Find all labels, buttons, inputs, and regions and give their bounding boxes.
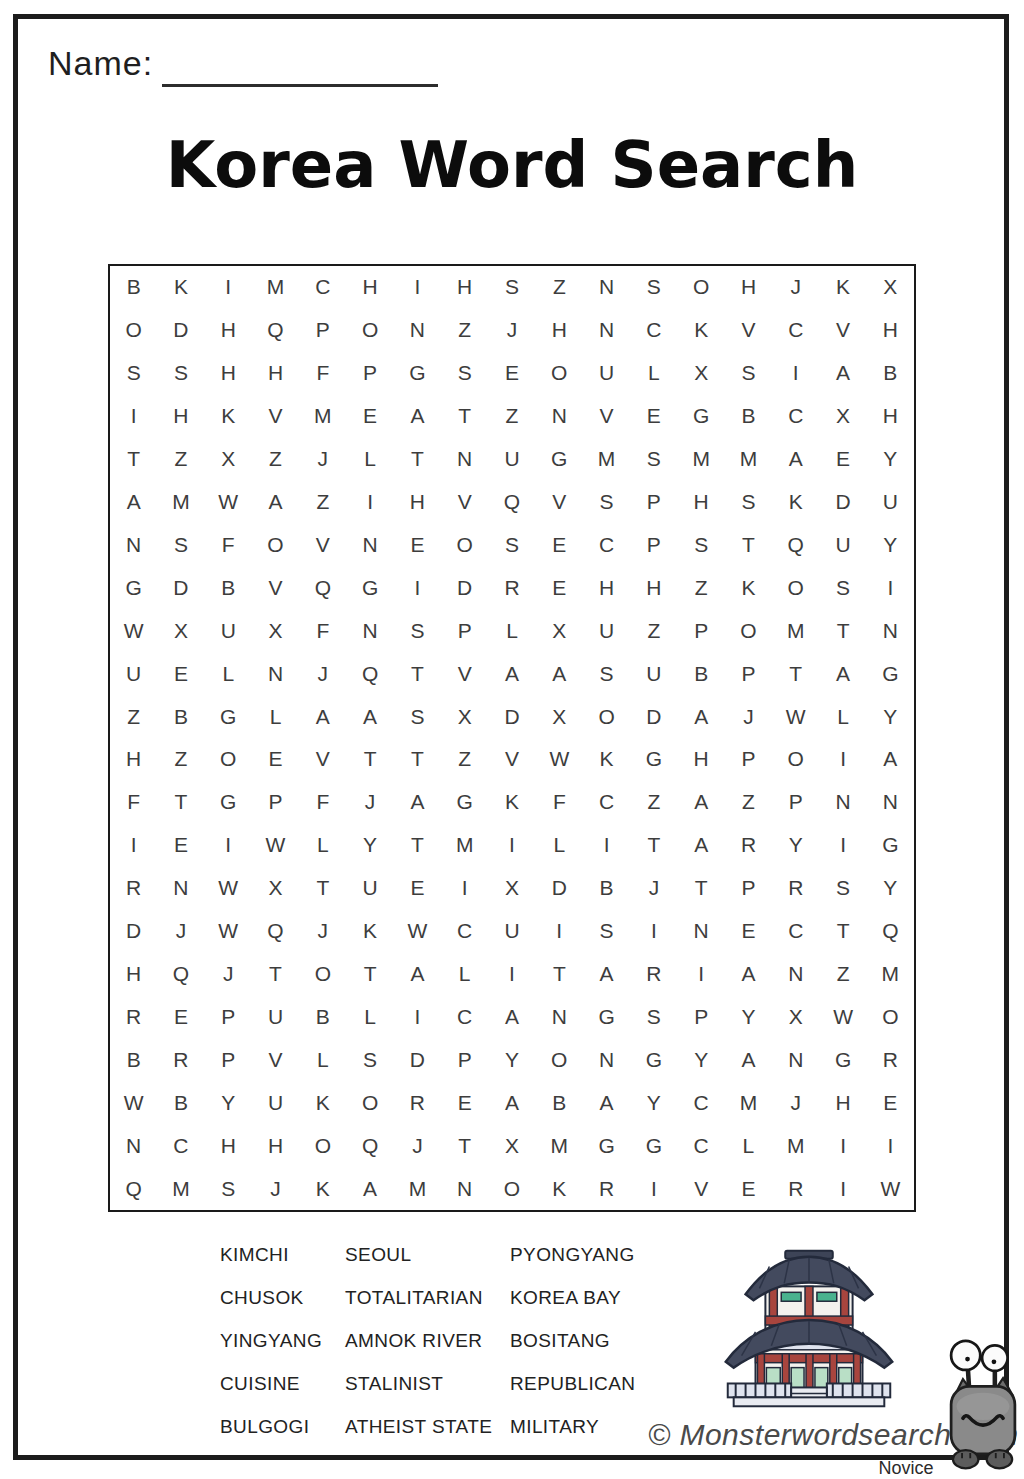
grid-cell-r4c7[interactable]: A	[394, 395, 441, 438]
grid-cell-r9c1[interactable]: W	[110, 609, 157, 652]
grid-cell-r5c11[interactable]: M	[583, 438, 630, 481]
grid-cell-r8c2[interactable]: D	[157, 566, 204, 609]
grid-cell-r21c6[interactable]: Q	[346, 1124, 393, 1167]
grid-cell-r12c9[interactable]: V	[488, 738, 535, 781]
grid-cell-r3c16[interactable]: A	[819, 352, 866, 395]
grid-cell-r16c17[interactable]: Q	[867, 910, 914, 953]
grid-cell-r18c1[interactable]: R	[110, 995, 157, 1038]
grid-cell-r10c3[interactable]: L	[205, 652, 252, 695]
grid-cell-r20c7[interactable]: R	[394, 1081, 441, 1124]
grid-cell-r11c12[interactable]: D	[630, 695, 677, 738]
grid-cell-r3c17[interactable]: B	[867, 352, 914, 395]
grid-cell-r19c4[interactable]: V	[252, 1038, 299, 1081]
grid-cell-r14c2[interactable]: E	[157, 824, 204, 867]
grid-cell-r9c4[interactable]: X	[252, 609, 299, 652]
grid-cell-r6c15[interactable]: K	[772, 481, 819, 524]
grid-cell-r17c5[interactable]: O	[299, 953, 346, 996]
grid-cell-r9c13[interactable]: P	[678, 609, 725, 652]
grid-cell-r2c12[interactable]: C	[630, 309, 677, 352]
grid-cell-r13c5[interactable]: F	[299, 781, 346, 824]
grid-cell-r19c3[interactable]: P	[205, 1038, 252, 1081]
grid-cell-r14c6[interactable]: Y	[346, 824, 393, 867]
grid-cell-r1c15[interactable]: J	[772, 266, 819, 309]
grid-cell-r12c5[interactable]: V	[299, 738, 346, 781]
grid-cell-r4c16[interactable]: X	[819, 395, 866, 438]
grid-cell-r17c14[interactable]: A	[725, 953, 772, 996]
grid-cell-r16c10[interactable]: I	[536, 910, 583, 953]
grid-cell-r21c15[interactable]: M	[772, 1124, 819, 1167]
grid-cell-r19c9[interactable]: Y	[488, 1038, 535, 1081]
grid-cell-r5c6[interactable]: L	[346, 438, 393, 481]
grid-cell-r4c8[interactable]: T	[441, 395, 488, 438]
grid-cell-r14c5[interactable]: L	[299, 824, 346, 867]
grid-cell-r6c6[interactable]: I	[346, 481, 393, 524]
grid-cell-r2c16[interactable]: V	[819, 309, 866, 352]
grid-cell-r5c16[interactable]: E	[819, 438, 866, 481]
grid-cell-r18c9[interactable]: A	[488, 995, 535, 1038]
grid-cell-r4c14[interactable]: B	[725, 395, 772, 438]
grid-cell-r9c14[interactable]: O	[725, 609, 772, 652]
grid-cell-r8c12[interactable]: H	[630, 566, 677, 609]
grid-cell-r1c14[interactable]: H	[725, 266, 772, 309]
grid-cell-r16c2[interactable]: J	[157, 910, 204, 953]
grid-cell-r20c5[interactable]: K	[299, 1081, 346, 1124]
grid-cell-r11c10[interactable]: X	[536, 695, 583, 738]
grid-cell-r4c12[interactable]: E	[630, 395, 677, 438]
grid-cell-r18c4[interactable]: U	[252, 995, 299, 1038]
grid-cell-r1c9[interactable]: S	[488, 266, 535, 309]
grid-cell-r20c11[interactable]: A	[583, 1081, 630, 1124]
grid-cell-r7c5[interactable]: V	[299, 523, 346, 566]
grid-cell-r18c13[interactable]: P	[678, 995, 725, 1038]
grid-cell-r17c13[interactable]: I	[678, 953, 725, 996]
grid-cell-r10c16[interactable]: A	[819, 652, 866, 695]
grid-cell-r4c13[interactable]: G	[678, 395, 725, 438]
grid-cell-r2c14[interactable]: V	[725, 309, 772, 352]
grid-cell-r19c7[interactable]: D	[394, 1038, 441, 1081]
grid-cell-r1c7[interactable]: I	[394, 266, 441, 309]
grid-cell-r22c6[interactable]: A	[346, 1167, 393, 1210]
grid-cell-r22c11[interactable]: R	[583, 1167, 630, 1210]
grid-cell-r12c7[interactable]: T	[394, 738, 441, 781]
grid-cell-r17c12[interactable]: R	[630, 953, 677, 996]
grid-cell-r20c15[interactable]: J	[772, 1081, 819, 1124]
grid-cell-r13c10[interactable]: F	[536, 781, 583, 824]
grid-cell-r22c15[interactable]: R	[772, 1167, 819, 1210]
grid-cell-r16c6[interactable]: K	[346, 910, 393, 953]
grid-cell-r6c1[interactable]: A	[110, 481, 157, 524]
name-input-line[interactable]	[162, 46, 438, 87]
grid-cell-r3c8[interactable]: S	[441, 352, 488, 395]
grid-cell-r22c13[interactable]: V	[678, 1167, 725, 1210]
grid-cell-r12c8[interactable]: Z	[441, 738, 488, 781]
grid-cell-r6c13[interactable]: H	[678, 481, 725, 524]
grid-cell-r10c8[interactable]: V	[441, 652, 488, 695]
grid-cell-r7c11[interactable]: C	[583, 523, 630, 566]
grid-cell-r18c17[interactable]: O	[867, 995, 914, 1038]
grid-cell-r11c14[interactable]: J	[725, 695, 772, 738]
grid-cell-r5c8[interactable]: N	[441, 438, 488, 481]
grid-cell-r9c5[interactable]: F	[299, 609, 346, 652]
grid-cell-r4c15[interactable]: C	[772, 395, 819, 438]
grid-cell-r11c7[interactable]: S	[394, 695, 441, 738]
grid-cell-r11c17[interactable]: Y	[867, 695, 914, 738]
grid-cell-r1c13[interactable]: O	[678, 266, 725, 309]
grid-cell-r21c2[interactable]: C	[157, 1124, 204, 1167]
grid-cell-r4c5[interactable]: M	[299, 395, 346, 438]
grid-cell-r3c6[interactable]: P	[346, 352, 393, 395]
grid-cell-r7c9[interactable]: S	[488, 523, 535, 566]
grid-cell-r5c4[interactable]: Z	[252, 438, 299, 481]
grid-cell-r20c1[interactable]: W	[110, 1081, 157, 1124]
grid-cell-r4c9[interactable]: Z	[488, 395, 535, 438]
grid-cell-r12c10[interactable]: W	[536, 738, 583, 781]
grid-cell-r14c1[interactable]: I	[110, 824, 157, 867]
grid-cell-r18c8[interactable]: C	[441, 995, 488, 1038]
grid-cell-r19c5[interactable]: L	[299, 1038, 346, 1081]
grid-cell-r20c16[interactable]: H	[819, 1081, 866, 1124]
grid-cell-r19c16[interactable]: G	[819, 1038, 866, 1081]
grid-cell-r17c6[interactable]: T	[346, 953, 393, 996]
grid-cell-r18c12[interactable]: S	[630, 995, 677, 1038]
grid-cell-r17c16[interactable]: Z	[819, 953, 866, 996]
grid-cell-r16c13[interactable]: N	[678, 910, 725, 953]
grid-cell-r9c12[interactable]: Z	[630, 609, 677, 652]
grid-cell-r12c13[interactable]: H	[678, 738, 725, 781]
grid-cell-r17c10[interactable]: T	[536, 953, 583, 996]
grid-cell-r10c12[interactable]: U	[630, 652, 677, 695]
grid-cell-r9c8[interactable]: P	[441, 609, 488, 652]
grid-cell-r19c2[interactable]: R	[157, 1038, 204, 1081]
grid-cell-r17c4[interactable]: T	[252, 953, 299, 996]
grid-cell-r16c14[interactable]: E	[725, 910, 772, 953]
grid-cell-r10c14[interactable]: P	[725, 652, 772, 695]
grid-cell-r11c11[interactable]: O	[583, 695, 630, 738]
grid-cell-r1c4[interactable]: M	[252, 266, 299, 309]
grid-cell-r22c2[interactable]: M	[157, 1167, 204, 1210]
grid-cell-r3c11[interactable]: U	[583, 352, 630, 395]
grid-cell-r2c10[interactable]: H	[536, 309, 583, 352]
grid-cell-r20c9[interactable]: A	[488, 1081, 535, 1124]
grid-cell-r15c6[interactable]: U	[346, 867, 393, 910]
grid-cell-r13c13[interactable]: A	[678, 781, 725, 824]
grid-cell-r13c9[interactable]: K	[488, 781, 535, 824]
grid-cell-r19c1[interactable]: B	[110, 1038, 157, 1081]
grid-cell-r22c9[interactable]: O	[488, 1167, 535, 1210]
grid-cell-r1c12[interactable]: S	[630, 266, 677, 309]
grid-cell-r2c8[interactable]: Z	[441, 309, 488, 352]
grid-cell-r2c5[interactable]: P	[299, 309, 346, 352]
grid-cell-r20c10[interactable]: B	[536, 1081, 583, 1124]
grid-cell-r7c4[interactable]: O	[252, 523, 299, 566]
grid-cell-r13c16[interactable]: N	[819, 781, 866, 824]
grid-cell-r19c17[interactable]: R	[867, 1038, 914, 1081]
grid-cell-r7c8[interactable]: O	[441, 523, 488, 566]
grid-cell-r2c17[interactable]: H	[867, 309, 914, 352]
grid-cell-r1c10[interactable]: Z	[536, 266, 583, 309]
grid-cell-r13c15[interactable]: P	[772, 781, 819, 824]
grid-cell-r18c5[interactable]: B	[299, 995, 346, 1038]
grid-cell-r16c3[interactable]: W	[205, 910, 252, 953]
grid-cell-r13c6[interactable]: J	[346, 781, 393, 824]
grid-cell-r5c10[interactable]: G	[536, 438, 583, 481]
grid-cell-r4c6[interactable]: E	[346, 395, 393, 438]
grid-cell-r2c2[interactable]: D	[157, 309, 204, 352]
grid-cell-r3c7[interactable]: G	[394, 352, 441, 395]
grid-cell-r20c6[interactable]: O	[346, 1081, 393, 1124]
grid-cell-r5c9[interactable]: U	[488, 438, 535, 481]
grid-cell-r18c2[interactable]: E	[157, 995, 204, 1038]
grid-cell-r16c11[interactable]: S	[583, 910, 630, 953]
grid-cell-r18c15[interactable]: X	[772, 995, 819, 1038]
grid-cell-r20c17[interactable]: E	[867, 1081, 914, 1124]
grid-cell-r6c3[interactable]: W	[205, 481, 252, 524]
grid-cell-r12c1[interactable]: H	[110, 738, 157, 781]
grid-cell-r16c7[interactable]: W	[394, 910, 441, 953]
grid-cell-r8c8[interactable]: D	[441, 566, 488, 609]
grid-cell-r20c2[interactable]: B	[157, 1081, 204, 1124]
grid-cell-r1c2[interactable]: K	[157, 266, 204, 309]
grid-cell-r19c8[interactable]: P	[441, 1038, 488, 1081]
grid-cell-r1c1[interactable]: B	[110, 266, 157, 309]
grid-cell-r3c12[interactable]: L	[630, 352, 677, 395]
grid-cell-r14c15[interactable]: Y	[772, 824, 819, 867]
grid-cell-r20c3[interactable]: Y	[205, 1081, 252, 1124]
grid-cell-r7c1[interactable]: N	[110, 523, 157, 566]
grid-cell-r21c17[interactable]: I	[867, 1124, 914, 1167]
grid-cell-r14c14[interactable]: R	[725, 824, 772, 867]
grid-cell-r12c11[interactable]: K	[583, 738, 630, 781]
grid-cell-r14c17[interactable]: G	[867, 824, 914, 867]
grid-cell-r8c10[interactable]: E	[536, 566, 583, 609]
grid-cell-r6c8[interactable]: V	[441, 481, 488, 524]
grid-cell-r7c6[interactable]: N	[346, 523, 393, 566]
grid-cell-r9c16[interactable]: T	[819, 609, 866, 652]
grid-cell-r16c1[interactable]: D	[110, 910, 157, 953]
grid-cell-r22c4[interactable]: J	[252, 1167, 299, 1210]
grid-cell-r8c17[interactable]: I	[867, 566, 914, 609]
grid-cell-r12c14[interactable]: P	[725, 738, 772, 781]
grid-cell-r15c17[interactable]: Y	[867, 867, 914, 910]
grid-cell-r5c13[interactable]: M	[678, 438, 725, 481]
grid-cell-r8c15[interactable]: O	[772, 566, 819, 609]
grid-cell-r18c14[interactable]: Y	[725, 995, 772, 1038]
grid-cell-r5c5[interactable]: J	[299, 438, 346, 481]
grid-cell-r7c17[interactable]: Y	[867, 523, 914, 566]
grid-cell-r5c15[interactable]: A	[772, 438, 819, 481]
grid-cell-r5c17[interactable]: Y	[867, 438, 914, 481]
grid-cell-r8c14[interactable]: K	[725, 566, 772, 609]
grid-cell-r15c15[interactable]: R	[772, 867, 819, 910]
grid-cell-r17c8[interactable]: L	[441, 953, 488, 996]
grid-cell-r4c3[interactable]: K	[205, 395, 252, 438]
grid-cell-r6c7[interactable]: H	[394, 481, 441, 524]
grid-cell-r21c4[interactable]: H	[252, 1124, 299, 1167]
grid-cell-r16c4[interactable]: Q	[252, 910, 299, 953]
grid-cell-r13c8[interactable]: G	[441, 781, 488, 824]
grid-cell-r9c2[interactable]: X	[157, 609, 204, 652]
grid-cell-r6c11[interactable]: S	[583, 481, 630, 524]
grid-cell-r7c14[interactable]: T	[725, 523, 772, 566]
grid-cell-r3c2[interactable]: S	[157, 352, 204, 395]
grid-cell-r14c13[interactable]: A	[678, 824, 725, 867]
grid-cell-r3c14[interactable]: S	[725, 352, 772, 395]
grid-cell-r22c10[interactable]: K	[536, 1167, 583, 1210]
grid-cell-r8c13[interactable]: Z	[678, 566, 725, 609]
grid-cell-r14c3[interactable]: I	[205, 824, 252, 867]
grid-cell-r10c1[interactable]: U	[110, 652, 157, 695]
grid-cell-r16c16[interactable]: T	[819, 910, 866, 953]
grid-cell-r8c3[interactable]: B	[205, 566, 252, 609]
grid-cell-r16c8[interactable]: C	[441, 910, 488, 953]
grid-cell-r2c1[interactable]: O	[110, 309, 157, 352]
grid-cell-r11c13[interactable]: A	[678, 695, 725, 738]
grid-cell-r2c6[interactable]: O	[346, 309, 393, 352]
grid-cell-r13c4[interactable]: P	[252, 781, 299, 824]
grid-cell-r20c8[interactable]: E	[441, 1081, 488, 1124]
grid-cell-r2c4[interactable]: Q	[252, 309, 299, 352]
grid-cell-r8c5[interactable]: Q	[299, 566, 346, 609]
grid-cell-r8c7[interactable]: I	[394, 566, 441, 609]
grid-cell-r1c5[interactable]: C	[299, 266, 346, 309]
grid-cell-r10c4[interactable]: N	[252, 652, 299, 695]
grid-cell-r10c2[interactable]: E	[157, 652, 204, 695]
grid-cell-r10c5[interactable]: J	[299, 652, 346, 695]
grid-cell-r22c12[interactable]: I	[630, 1167, 677, 1210]
grid-cell-r4c10[interactable]: N	[536, 395, 583, 438]
grid-cell-r3c1[interactable]: S	[110, 352, 157, 395]
grid-cell-r15c4[interactable]: X	[252, 867, 299, 910]
grid-cell-r12c15[interactable]: O	[772, 738, 819, 781]
grid-cell-r13c17[interactable]: N	[867, 781, 914, 824]
grid-cell-r16c12[interactable]: I	[630, 910, 677, 953]
grid-cell-r17c1[interactable]: H	[110, 953, 157, 996]
grid-cell-r13c1[interactable]: F	[110, 781, 157, 824]
grid-cell-r14c8[interactable]: M	[441, 824, 488, 867]
grid-cell-r21c7[interactable]: J	[394, 1124, 441, 1167]
grid-cell-r12c12[interactable]: G	[630, 738, 677, 781]
grid-cell-r17c7[interactable]: A	[394, 953, 441, 996]
grid-cell-r4c17[interactable]: H	[867, 395, 914, 438]
grid-cell-r9c15[interactable]: M	[772, 609, 819, 652]
grid-cell-r21c10[interactable]: M	[536, 1124, 583, 1167]
grid-cell-r3c4[interactable]: H	[252, 352, 299, 395]
grid-cell-r9c11[interactable]: U	[583, 609, 630, 652]
grid-cell-r15c10[interactable]: D	[536, 867, 583, 910]
grid-cell-r2c7[interactable]: N	[394, 309, 441, 352]
grid-cell-r19c15[interactable]: N	[772, 1038, 819, 1081]
grid-cell-r12c2[interactable]: Z	[157, 738, 204, 781]
grid-cell-r13c7[interactable]: A	[394, 781, 441, 824]
grid-cell-r1c17[interactable]: X	[867, 266, 914, 309]
grid-cell-r14c10[interactable]: L	[536, 824, 583, 867]
grid-cell-r14c4[interactable]: W	[252, 824, 299, 867]
grid-cell-r11c9[interactable]: D	[488, 695, 535, 738]
grid-cell-r2c13[interactable]: K	[678, 309, 725, 352]
grid-cell-r17c11[interactable]: A	[583, 953, 630, 996]
grid-cell-r22c17[interactable]: W	[867, 1167, 914, 1210]
grid-cell-r11c2[interactable]: B	[157, 695, 204, 738]
grid-cell-r13c12[interactable]: Z	[630, 781, 677, 824]
grid-cell-r11c1[interactable]: Z	[110, 695, 157, 738]
grid-cell-r6c14[interactable]: S	[725, 481, 772, 524]
grid-cell-r17c3[interactable]: J	[205, 953, 252, 996]
grid-cell-r14c11[interactable]: I	[583, 824, 630, 867]
grid-cell-r19c11[interactable]: N	[583, 1038, 630, 1081]
grid-cell-r17c9[interactable]: I	[488, 953, 535, 996]
grid-cell-r18c11[interactable]: G	[583, 995, 630, 1038]
grid-cell-r8c16[interactable]: S	[819, 566, 866, 609]
grid-cell-r8c9[interactable]: R	[488, 566, 535, 609]
grid-cell-r7c3[interactable]: F	[205, 523, 252, 566]
grid-cell-r21c14[interactable]: L	[725, 1124, 772, 1167]
grid-cell-r11c6[interactable]: A	[346, 695, 393, 738]
grid-cell-r10c10[interactable]: A	[536, 652, 583, 695]
grid-cell-r4c1[interactable]: I	[110, 395, 157, 438]
grid-cell-r15c16[interactable]: S	[819, 867, 866, 910]
grid-cell-r12c4[interactable]: E	[252, 738, 299, 781]
grid-cell-r9c6[interactable]: N	[346, 609, 393, 652]
grid-cell-r2c11[interactable]: N	[583, 309, 630, 352]
grid-cell-r15c5[interactable]: T	[299, 867, 346, 910]
grid-cell-r11c15[interactable]: W	[772, 695, 819, 738]
grid-cell-r15c11[interactable]: B	[583, 867, 630, 910]
grid-cell-r15c8[interactable]: I	[441, 867, 488, 910]
grid-cell-r20c14[interactable]: M	[725, 1081, 772, 1124]
grid-cell-r2c9[interactable]: J	[488, 309, 535, 352]
grid-cell-r6c5[interactable]: Z	[299, 481, 346, 524]
grid-cell-r5c14[interactable]: M	[725, 438, 772, 481]
grid-cell-r12c6[interactable]: T	[346, 738, 393, 781]
grid-cell-r1c3[interactable]: I	[205, 266, 252, 309]
grid-cell-r6c12[interactable]: P	[630, 481, 677, 524]
grid-cell-r20c4[interactable]: U	[252, 1081, 299, 1124]
grid-cell-r21c11[interactable]: G	[583, 1124, 630, 1167]
grid-cell-r12c16[interactable]: I	[819, 738, 866, 781]
grid-cell-r16c15[interactable]: C	[772, 910, 819, 953]
grid-cell-r15c14[interactable]: P	[725, 867, 772, 910]
grid-cell-r17c2[interactable]: Q	[157, 953, 204, 996]
grid-cell-r2c3[interactable]: H	[205, 309, 252, 352]
grid-cell-r5c1[interactable]: T	[110, 438, 157, 481]
grid-cell-r16c9[interactable]: U	[488, 910, 535, 953]
grid-cell-r10c17[interactable]: G	[867, 652, 914, 695]
grid-cell-r15c7[interactable]: E	[394, 867, 441, 910]
grid-cell-r7c15[interactable]: Q	[772, 523, 819, 566]
grid-cell-r20c12[interactable]: Y	[630, 1081, 677, 1124]
grid-cell-r7c12[interactable]: P	[630, 523, 677, 566]
grid-cell-r22c5[interactable]: K	[299, 1167, 346, 1210]
grid-cell-r10c7[interactable]: T	[394, 652, 441, 695]
grid-cell-r17c15[interactable]: N	[772, 953, 819, 996]
grid-cell-r4c11[interactable]: V	[583, 395, 630, 438]
grid-cell-r7c13[interactable]: S	[678, 523, 725, 566]
grid-cell-r19c6[interactable]: S	[346, 1038, 393, 1081]
grid-cell-r21c12[interactable]: G	[630, 1124, 677, 1167]
grid-cell-r9c9[interactable]: L	[488, 609, 535, 652]
grid-cell-r15c2[interactable]: N	[157, 867, 204, 910]
grid-cell-r8c4[interactable]: V	[252, 566, 299, 609]
grid-cell-r5c3[interactable]: X	[205, 438, 252, 481]
grid-cell-r19c12[interactable]: G	[630, 1038, 677, 1081]
grid-cell-r1c11[interactable]: N	[583, 266, 630, 309]
grid-cell-r18c3[interactable]: P	[205, 995, 252, 1038]
grid-cell-r1c8[interactable]: H	[441, 266, 488, 309]
grid-cell-r15c1[interactable]: R	[110, 867, 157, 910]
grid-cell-r7c2[interactable]: S	[157, 523, 204, 566]
grid-cell-r13c14[interactable]: Z	[725, 781, 772, 824]
grid-cell-r3c15[interactable]: I	[772, 352, 819, 395]
